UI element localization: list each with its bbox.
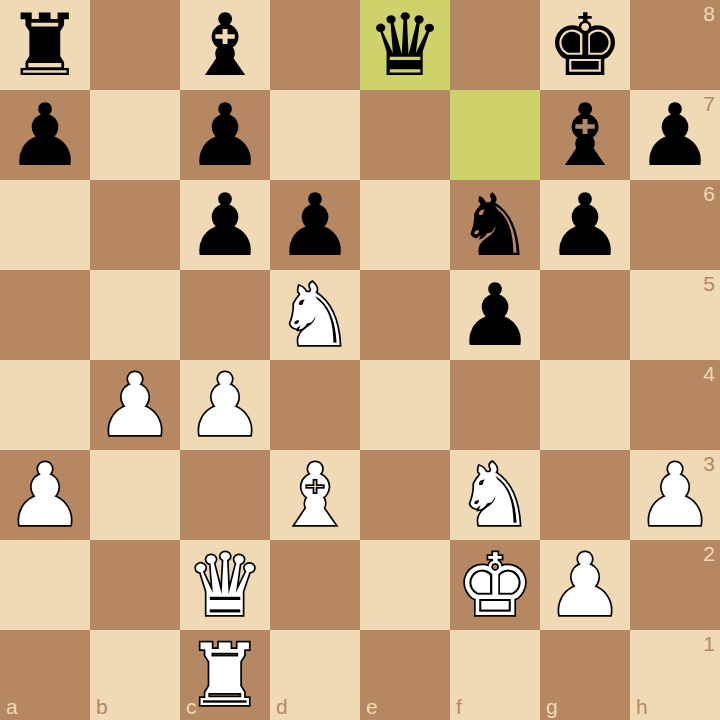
square-g1[interactable] (540, 630, 630, 720)
piece-black-pawn[interactable]: ♟ (450, 270, 540, 360)
square-e4[interactable] (360, 360, 450, 450)
square-b8[interactable] (90, 0, 180, 90)
square-a8[interactable]: ♜ (0, 0, 90, 90)
square-f1[interactable] (450, 630, 540, 720)
piece-black-pawn[interactable]: ♟ (270, 180, 360, 270)
piece-black-queen[interactable]: ♛ (360, 0, 450, 90)
square-h5[interactable] (630, 270, 720, 360)
square-e8[interactable]: ♛ (360, 0, 450, 90)
square-h2[interactable] (630, 540, 720, 630)
square-e6[interactable] (360, 180, 450, 270)
square-h6[interactable] (630, 180, 720, 270)
square-d4[interactable] (270, 360, 360, 450)
square-g6[interactable]: ♟ (540, 180, 630, 270)
square-g8[interactable]: ♚ (540, 0, 630, 90)
square-d2[interactable] (270, 540, 360, 630)
square-g4[interactable] (540, 360, 630, 450)
square-d3[interactable]: ♝ (270, 450, 360, 540)
square-f2[interactable]: ♚ (450, 540, 540, 630)
square-h1[interactable] (630, 630, 720, 720)
square-c8[interactable]: ♝ (180, 0, 270, 90)
square-c6[interactable]: ♟ (180, 180, 270, 270)
square-f6[interactable]: ♞ (450, 180, 540, 270)
piece-white-pawn[interactable]: ♟ (0, 450, 90, 540)
piece-white-queen[interactable]: ♛ (180, 540, 270, 630)
piece-white-knight[interactable]: ♞ (450, 450, 540, 540)
square-a4[interactable] (0, 360, 90, 450)
square-a1[interactable] (0, 630, 90, 720)
square-e2[interactable] (360, 540, 450, 630)
square-b7[interactable] (90, 90, 180, 180)
piece-black-pawn[interactable]: ♟ (540, 180, 630, 270)
square-b1[interactable] (90, 630, 180, 720)
square-a6[interactable] (0, 180, 90, 270)
piece-black-pawn[interactable]: ♟ (180, 90, 270, 180)
square-e5[interactable] (360, 270, 450, 360)
piece-white-pawn[interactable]: ♟ (630, 450, 720, 540)
square-c2[interactable]: ♛ (180, 540, 270, 630)
piece-white-pawn[interactable]: ♟ (90, 360, 180, 450)
square-c7[interactable]: ♟ (180, 90, 270, 180)
square-h3[interactable]: ♟ (630, 450, 720, 540)
square-e7[interactable] (360, 90, 450, 180)
square-f5[interactable]: ♟ (450, 270, 540, 360)
piece-black-bishop[interactable]: ♝ (540, 90, 630, 180)
square-c1[interactable]: ♜ (180, 630, 270, 720)
square-f8[interactable] (450, 0, 540, 90)
square-d7[interactable] (270, 90, 360, 180)
square-a5[interactable] (0, 270, 90, 360)
piece-white-bishop[interactable]: ♝ (270, 450, 360, 540)
square-g7[interactable]: ♝ (540, 90, 630, 180)
square-c3[interactable] (180, 450, 270, 540)
square-b3[interactable] (90, 450, 180, 540)
piece-black-pawn[interactable]: ♟ (0, 90, 90, 180)
square-f3[interactable]: ♞ (450, 450, 540, 540)
square-e1[interactable] (360, 630, 450, 720)
piece-black-pawn[interactable]: ♟ (180, 180, 270, 270)
square-f4[interactable] (450, 360, 540, 450)
square-c5[interactable] (180, 270, 270, 360)
square-g3[interactable] (540, 450, 630, 540)
square-d6[interactable]: ♟ (270, 180, 360, 270)
square-f7[interactable] (450, 90, 540, 180)
square-a3[interactable]: ♟ (0, 450, 90, 540)
square-h4[interactable] (630, 360, 720, 450)
square-d1[interactable] (270, 630, 360, 720)
square-e3[interactable] (360, 450, 450, 540)
piece-black-pawn[interactable]: ♟ (630, 90, 720, 180)
piece-black-rook[interactable]: ♜ (0, 0, 90, 90)
square-d8[interactable] (270, 0, 360, 90)
chess-board: ♜♝♛♚♟♟♝♟♟♟♞♟♞♟♟♟♟♝♞♟♛♚♟♜87654321abcdefgh (0, 0, 720, 720)
piece-white-knight[interactable]: ♞ (270, 270, 360, 360)
piece-white-rook[interactable]: ♜ (180, 630, 270, 720)
piece-white-king[interactable]: ♚ (450, 540, 540, 630)
square-g5[interactable] (540, 270, 630, 360)
square-h8[interactable] (630, 0, 720, 90)
square-b6[interactable] (90, 180, 180, 270)
square-a2[interactable] (0, 540, 90, 630)
square-h7[interactable]: ♟ (630, 90, 720, 180)
piece-black-knight[interactable]: ♞ (450, 180, 540, 270)
square-b4[interactable]: ♟ (90, 360, 180, 450)
piece-white-pawn[interactable]: ♟ (180, 360, 270, 450)
piece-black-bishop[interactable]: ♝ (180, 0, 270, 90)
square-a7[interactable]: ♟ (0, 90, 90, 180)
square-d5[interactable]: ♞ (270, 270, 360, 360)
piece-white-pawn[interactable]: ♟ (540, 540, 630, 630)
square-g2[interactable]: ♟ (540, 540, 630, 630)
square-b5[interactable] (90, 270, 180, 360)
square-c4[interactable]: ♟ (180, 360, 270, 450)
piece-black-king[interactable]: ♚ (540, 0, 630, 90)
square-b2[interactable] (90, 540, 180, 630)
